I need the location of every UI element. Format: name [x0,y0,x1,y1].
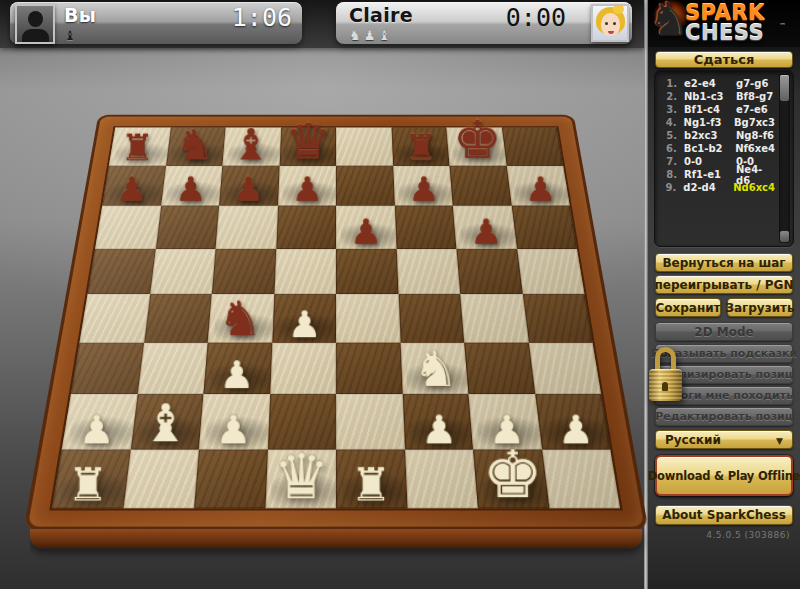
square-e2[interactable] [336,394,405,449]
square-e4[interactable] [336,294,400,342]
language-value: Русский [665,433,721,447]
scroll-down-button[interactable] [780,231,789,242]
square-g5[interactable] [456,249,522,294]
white-move: b2xc3 [684,130,736,141]
square-d6[interactable] [276,206,336,249]
replay-pgn-button[interactable]: переигрывать / PGN [655,275,793,294]
square-a7[interactable]: ♟ [102,165,165,205]
square-e3[interactable] [336,342,402,394]
square-h7[interactable]: ♟ [506,165,569,205]
captured-white-pawn-icon: ♟ [364,29,376,42]
piece-white-pawn-d4[interactable]: ♟ [272,305,336,342]
piece-black-rook-a8[interactable]: ♜ [109,130,166,166]
square-f5[interactable] [396,249,460,294]
move-row: 9.d2-d4Nd6xc4 [661,181,775,194]
move-list-panel: 1.e2-e4g7-g62.Nb1-c3Bf8-g73.Bf1-c4e7-e64… [654,70,794,247]
sparkchess-app: Вы ♝ 1:06 Claire ♞♟♝ 0:00 [0,0,800,589]
move-number: 2. [661,91,677,102]
avatar-you [15,4,55,44]
square-a3[interactable] [71,342,144,394]
piece-black-pawn-b7[interactable]: ♟ [161,173,219,206]
piece-white-pawn-h2[interactable]: ♟ [541,409,610,448]
white-move: 0-0 [684,156,736,167]
white-move: Ng1-f3 [684,117,734,128]
download-offline-button[interactable]: Download & Play Offline [655,455,793,496]
avatar-hair-bun [613,4,624,14]
move-row: 6.Bc1-b2Nf6xe4 [661,142,775,155]
square-c1[interactable] [194,449,267,508]
avatar-eye [613,22,616,25]
square-e6[interactable]: ♟ [336,206,396,249]
square-c6[interactable] [216,206,278,249]
piece-black-pawn-g6[interactable]: ♟ [456,214,516,248]
piece-white-pawn-f2[interactable]: ♟ [404,409,472,448]
square-c2[interactable]: ♟ [199,394,270,449]
square-f2[interactable]: ♟ [402,394,473,449]
load-button[interactable]: Загрузить [727,298,793,317]
avatar-eye [605,22,608,25]
piece-white-pawn-c2[interactable]: ♟ [199,409,267,448]
square-a6[interactable] [95,206,161,249]
scrollbar-thumb[interactable] [780,75,789,101]
square-d3[interactable] [270,342,336,394]
square-a2[interactable]: ♟ [62,394,137,449]
sidebar: ♞ SPARK CHESS ™ Сдаться 1.e2-e4g7-g62.Nb… [648,0,800,589]
square-b5[interactable] [150,249,216,294]
white-move: Rf1-e1 [684,169,736,180]
square-c4[interactable]: ♞ [208,294,274,342]
square-d4[interactable]: ♟ [272,294,336,342]
move-number: 4. [661,117,677,128]
piece-black-king-g8[interactable]: ♚ [449,114,506,166]
piece-black-pawn-h7[interactable]: ♟ [511,173,570,206]
piece-black-pawn-c7[interactable]: ♟ [219,173,277,206]
white-move: e2-e4 [684,78,736,89]
square-f7[interactable]: ♟ [393,165,453,205]
undo-move-button[interactable]: Вернуться на шаг [655,253,793,272]
square-f4[interactable] [398,294,464,342]
scrollbar-track[interactable] [779,74,790,243]
square-f8[interactable]: ♜ [391,127,449,165]
square-g8[interactable]: ♚ [446,127,506,165]
timer-claire: 0:00 [506,3,566,32]
language-dropdown[interactable]: Русский ▼ [655,430,793,449]
piece-black-queen-d8[interactable]: ♛ [279,117,336,166]
square-g4[interactable] [460,294,528,342]
square-h5[interactable] [517,249,585,294]
player-panel-you: Вы ♝ 1:06 [10,2,302,44]
player-panel-claire: Claire ♞♟♝ 0:00 [336,2,632,44]
white-move: d2-d4 [683,182,733,193]
board-frame: ♜♞♝♛♜♚♟♟♟♟♟♟♟♟♞♟♟♞♟♝♟♟♟♟♜♛♜♚ [23,115,648,530]
move-number: 5. [661,130,677,141]
square-c5[interactable] [212,249,276,294]
lock-shackle [655,347,676,371]
edit-position-button[interactable]: Редактировать позиц [655,407,793,426]
move-row: 4.Ng1-f3Bg7xc3 [661,116,775,129]
move-row: 5.b2xc3Ng8-f6 [661,129,775,142]
square-b2[interactable]: ♝ [130,394,203,449]
square-d1[interactable]: ♛ [265,449,336,508]
square-b4[interactable] [144,294,212,342]
square-d5[interactable] [274,249,336,294]
board-scene: ♜♞♝♛♜♚♟♟♟♟♟♟♟♟♞♟♟♞♟♝♟♟♟♟♜♛♜♚ [0,48,644,589]
move-row: 8.Rf1-e1Ne4-d6 [661,168,775,181]
square-g3[interactable] [464,342,535,394]
piece-black-rook-f8[interactable]: ♜ [393,130,450,166]
sparkchess-logo: ♞ SPARK CHESS ™ [648,0,800,47]
square-d7[interactable]: ♟ [278,165,336,205]
square-a4[interactable] [80,294,150,342]
top-bar: Вы ♝ 1:06 Claire ♞♟♝ 0:00 [0,0,644,48]
version-text: 4.5.0.5 (303886) [706,530,790,540]
square-a5[interactable] [88,249,156,294]
about-button[interactable]: About SparkChess [655,505,793,525]
main-area: Вы ♝ 1:06 Claire ♞♟♝ 0:00 [0,0,644,589]
resign-button[interactable]: Сдаться [655,51,793,68]
captured-tray-you: ♝ [64,29,76,42]
piece-white-rook-e1[interactable]: ♜ [336,462,407,508]
move-row: 1.e2-e4g7-g6 [661,77,775,90]
square-b8[interactable]: ♞ [166,127,226,165]
square-b7[interactable]: ♟ [161,165,223,205]
piece-white-pawn-a2[interactable]: ♟ [62,409,131,448]
board-front-edge [30,529,643,548]
piece-white-pawn-c3[interactable]: ♟ [204,356,270,394]
square-f3[interactable]: ♞ [400,342,468,394]
move-number: 6. [661,143,677,154]
trademark-symbol: ™ [779,22,786,30]
black-move: g7-g6 [736,78,775,89]
piece-white-bishop-b2[interactable]: ♝ [131,397,200,449]
timer-you: 1:06 [232,3,292,32]
piece-black-pawn-d7[interactable]: ♟ [278,173,336,206]
square-g1[interactable]: ♚ [473,449,549,508]
piece-white-king-g1[interactable]: ♚ [477,442,548,508]
square-c3[interactable]: ♟ [203,342,271,394]
move-number: 9. [661,182,676,193]
move-number: 7. [661,156,677,167]
black-move: Nf6xe4 [735,143,775,154]
avatar-claire [591,4,629,42]
square-e5[interactable] [336,249,398,294]
piece-black-pawn-f7[interactable]: ♟ [394,173,452,206]
black-move: Ng8-f6 [736,130,775,141]
black-move: Bf8-g7 [736,91,775,102]
square-b3[interactable] [137,342,208,394]
square-e8[interactable] [336,127,393,165]
captured-black-bishop-icon: ♝ [64,29,76,42]
logo-text-chess: CHESS [685,21,764,45]
white-move: Bc1-b2 [684,143,735,154]
save-button[interactable]: Сохранит [655,298,721,317]
captured-tray-claire: ♞♟♝ [349,29,390,42]
black-move: e7-e6 [736,104,775,115]
square-b6[interactable] [155,206,219,249]
move-row: 2.Nb1-c3Bf8-g7 [661,90,775,103]
piece-black-knight-c4[interactable]: ♞ [208,295,272,342]
piece-white-queen-d1[interactable]: ♛ [265,446,336,508]
chess-board[interactable]: ♜♞♝♛♜♚♟♟♟♟♟♟♟♟♞♟♟♞♟♝♟♟♟♟♜♛♜♚ [52,127,620,508]
piece-black-pawn-a7[interactable]: ♟ [103,173,162,206]
knight-logo-icon: ♞ [648,0,689,42]
square-e1[interactable]: ♜ [336,449,407,508]
square-d8[interactable]: ♛ [279,127,336,165]
move-number: 3. [661,104,677,115]
square-a8[interactable]: ♜ [109,127,171,165]
2d-mode-button[interactable]: 2D Mode [655,322,793,341]
captured-white-bishop-icon: ♝ [378,29,390,42]
black-move: Nd6xc4 [733,182,775,193]
lock-icon [648,347,684,401]
square-a1[interactable]: ♜ [52,449,130,508]
black-move: Bg7xc3 [734,117,775,128]
square-g6[interactable]: ♟ [453,206,517,249]
square-c7[interactable]: ♟ [219,165,279,205]
avatar-silhouette-head [28,11,43,27]
piece-black-knight-b8[interactable]: ♞ [166,124,223,166]
chevron-down-icon: ▼ [776,436,783,446]
move-number: 1. [661,78,677,89]
avatar-silhouette-torso [22,29,49,44]
lock-keyhole [662,382,668,391]
square-e7[interactable] [336,165,394,205]
move-number: 8. [661,169,677,180]
captured-white-knight-icon: ♞ [349,29,361,42]
square-h2[interactable]: ♟ [535,394,610,449]
piece-white-rook-a1[interactable]: ♜ [53,462,124,508]
move-row: 3.Bf1-c4e7-e6 [661,103,775,116]
square-h3[interactable] [528,342,601,394]
white-move: Bf1-c4 [684,104,736,115]
square-g7[interactable] [450,165,512,205]
piece-white-knight-f3[interactable]: ♞ [402,345,468,394]
piece-black-pawn-e6[interactable]: ♟ [336,214,396,248]
piece-black-bishop-c8[interactable]: ♝ [223,123,280,166]
square-c8[interactable]: ♝ [222,127,280,165]
square-h8[interactable] [502,127,564,165]
white-move: Nb1-c3 [684,91,736,102]
square-h4[interactable] [522,294,592,342]
player-name-claire: Claire [349,4,413,26]
move-list: 1.e2-e4g7-g62.Nb1-c3Bf8-g73.Bf1-c4e7-e64… [661,77,775,240]
player-name-you: Вы [64,4,96,26]
